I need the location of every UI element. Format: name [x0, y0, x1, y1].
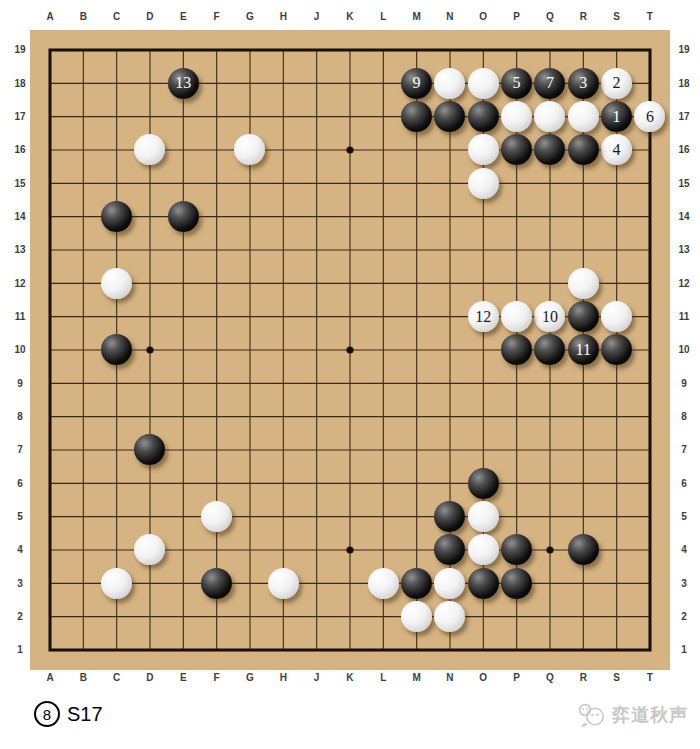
stone-black-N5: [434, 501, 465, 532]
row-label-4: 4: [10, 533, 30, 566]
stone-white-P11: [501, 301, 532, 332]
stone-white-F5: [201, 501, 232, 532]
col-label-B: B: [67, 11, 100, 27]
row-label-6: 6: [10, 467, 30, 500]
row-label-9: 9: [10, 367, 30, 400]
col-label-R: R: [567, 672, 600, 688]
publisher-watermark: 弈道秋声: [576, 702, 688, 728]
stone-black-P16: [501, 134, 532, 165]
stone-black-Q16: [534, 134, 565, 165]
stone-white-R12: [568, 268, 599, 299]
col-label-C: C: [100, 672, 133, 688]
stone-white-O11: 12: [468, 301, 499, 332]
col-label-G: G: [233, 11, 266, 27]
row-label-15: 15: [10, 167, 30, 200]
col-label-L: L: [367, 672, 400, 688]
stone-black-Q10: [534, 334, 565, 365]
row-label-12: 12: [10, 267, 30, 300]
row-label-9: 9: [674, 367, 694, 400]
col-label-D: D: [133, 672, 166, 688]
stone-black-R18: 3: [568, 68, 599, 99]
row-label-10: 10: [674, 333, 694, 366]
stone-white-O18: [468, 68, 499, 99]
row-label-8: 8: [674, 400, 694, 433]
col-label-O: O: [467, 672, 500, 688]
col-label-A: A: [33, 11, 66, 27]
row-label-3: 3: [10, 567, 30, 600]
stone-black-R11: [568, 301, 599, 332]
col-label-M: M: [400, 672, 433, 688]
stone-black-M3: [401, 568, 432, 599]
col-label-K: K: [333, 11, 366, 27]
col-label-M: M: [400, 11, 433, 27]
stone-white-N2: [434, 601, 465, 632]
stone-black-P18: 5: [501, 68, 532, 99]
stone-black-C10: [101, 334, 132, 365]
publisher-logo-icon: [576, 702, 608, 728]
stone-white-N3: [434, 568, 465, 599]
row-label-19: 19: [10, 33, 30, 66]
watermark-text: 弈道秋声: [612, 703, 688, 727]
row-label-13: 13: [10, 233, 30, 266]
row-label-8: 8: [10, 400, 30, 433]
row-label-18: 18: [10, 67, 30, 100]
row-label-6: 6: [674, 467, 694, 500]
stone-white-G16: [234, 134, 265, 165]
stone-black-P3: [501, 568, 532, 599]
stone-black-E14: [168, 201, 199, 232]
stone-black-R10: 11: [568, 334, 599, 365]
col-label-R: R: [567, 11, 600, 27]
row-label-2: 2: [674, 600, 694, 633]
col-label-E: E: [167, 672, 200, 688]
stone-white-M2: [401, 601, 432, 632]
stone-white-L3: [368, 568, 399, 599]
row-label-5: 5: [674, 500, 694, 533]
stone-white-O15: [468, 168, 499, 199]
col-label-P: P: [500, 672, 533, 688]
col-label-K: K: [333, 672, 366, 688]
stone-black-P4: [501, 534, 532, 565]
stone-white-O16: [468, 134, 499, 165]
col-label-P: P: [500, 11, 533, 27]
col-label-S: S: [600, 672, 633, 688]
row-label-11: 11: [10, 300, 30, 333]
row-label-17: 17: [10, 100, 30, 133]
stone-black-F3: [201, 568, 232, 599]
row-label-15: 15: [674, 167, 694, 200]
stone-black-O3: [468, 568, 499, 599]
stone-black-D7: [134, 434, 165, 465]
stone-white-S16: 4: [601, 134, 632, 165]
row-label-14: 14: [10, 200, 30, 233]
stone-white-T17: 6: [634, 101, 665, 132]
stone-black-R4: [568, 534, 599, 565]
stone-white-Q11: 10: [534, 301, 565, 332]
row-label-3: 3: [674, 567, 694, 600]
col-label-N: N: [433, 672, 466, 688]
row-label-2: 2: [10, 600, 30, 633]
row-label-1: 1: [674, 633, 694, 666]
col-label-Q: Q: [533, 672, 566, 688]
move-caption-point: S17: [67, 703, 103, 726]
stone-white-R17: [568, 101, 599, 132]
col-label-G: G: [233, 672, 266, 688]
stone-white-D4: [134, 534, 165, 565]
row-label-11: 11: [674, 300, 694, 333]
row-label-10: 10: [10, 333, 30, 366]
row-label-7: 7: [10, 433, 30, 466]
col-label-E: E: [167, 11, 200, 27]
col-label-Q: Q: [533, 11, 566, 27]
stone-black-R16: [568, 134, 599, 165]
col-label-B: B: [67, 672, 100, 688]
stone-white-D16: [134, 134, 165, 165]
stone-white-C3: [101, 568, 132, 599]
row-label-18: 18: [674, 67, 694, 100]
stone-black-C14: [101, 201, 132, 232]
col-label-D: D: [133, 11, 166, 27]
row-label-5: 5: [10, 500, 30, 533]
stone-white-Q17: [534, 101, 565, 132]
row-label-1: 1: [10, 633, 30, 666]
stone-white-S18: 2: [601, 68, 632, 99]
row-label-7: 7: [674, 433, 694, 466]
row-label-17: 17: [674, 100, 694, 133]
row-labels-right: 19181716151413121110987654321: [674, 33, 694, 666]
stone-black-S17: 1: [601, 101, 632, 132]
move-caption: 8 S17: [34, 699, 103, 729]
stone-white-P17: [501, 101, 532, 132]
go-diagram-page: ABCDEFGHJKLMNOPQRST ABCDEFGHJKLMNOPQRST …: [0, 0, 700, 749]
stone-black-M17: [401, 101, 432, 132]
go-board: 1234567910111213: [30, 30, 670, 670]
stone-white-O5: [468, 501, 499, 532]
col-label-F: F: [200, 672, 233, 688]
col-label-L: L: [367, 11, 400, 27]
col-label-H: H: [267, 672, 300, 688]
stone-black-N17: [434, 101, 465, 132]
board-intersections: 1234567910111213: [33, 33, 666, 666]
stone-white-H3: [268, 568, 299, 599]
stone-black-N4: [434, 534, 465, 565]
col-label-O: O: [467, 11, 500, 27]
stone-black-O17: [468, 101, 499, 132]
col-label-T: T: [633, 672, 666, 688]
stone-black-S10: [601, 334, 632, 365]
stone-black-Q18: 7: [534, 68, 565, 99]
column-labels-top: ABCDEFGHJKLMNOPQRST: [33, 11, 666, 27]
stone-white-N18: [434, 68, 465, 99]
stone-white-S11: [601, 301, 632, 332]
col-label-C: C: [100, 11, 133, 27]
stone-white-C12: [101, 268, 132, 299]
col-label-A: A: [33, 672, 66, 688]
col-label-F: F: [200, 11, 233, 27]
row-label-14: 14: [674, 200, 694, 233]
white-move-8-stone-badge: 8: [34, 701, 60, 727]
col-label-T: T: [633, 11, 666, 27]
row-label-16: 16: [10, 133, 30, 166]
stone-black-M18: 9: [401, 68, 432, 99]
col-label-J: J: [300, 672, 333, 688]
column-labels-bottom: ABCDEFGHJKLMNOPQRST: [33, 672, 666, 688]
stone-white-O4: [468, 534, 499, 565]
row-labels-left: 19181716151413121110987654321: [10, 33, 30, 666]
row-label-13: 13: [674, 233, 694, 266]
col-label-N: N: [433, 11, 466, 27]
row-label-19: 19: [674, 33, 694, 66]
stone-black-P10: [501, 334, 532, 365]
row-label-12: 12: [674, 267, 694, 300]
row-label-4: 4: [674, 533, 694, 566]
col-label-H: H: [267, 11, 300, 27]
stone-black-O6: [468, 468, 499, 499]
col-label-S: S: [600, 11, 633, 27]
row-label-16: 16: [674, 133, 694, 166]
stone-black-E18: 13: [168, 68, 199, 99]
col-label-J: J: [300, 11, 333, 27]
